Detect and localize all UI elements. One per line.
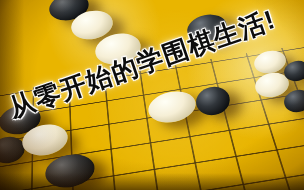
go-thumbnail-photo: 从零开始的学围棋生活!: [0, 0, 304, 190]
